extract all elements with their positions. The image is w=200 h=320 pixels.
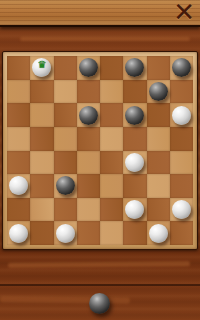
- square-r8c7[interactable]: [147, 221, 170, 245]
- square-r6c5[interactable]: [100, 174, 123, 198]
- game-screen: ✕ ♛: [0, 0, 200, 320]
- white-piece[interactable]: [125, 200, 144, 219]
- square-r8c2[interactable]: [30, 221, 53, 245]
- square-r6c3[interactable]: [54, 174, 77, 198]
- board-frame: ♛: [2, 51, 198, 250]
- square-r8c1[interactable]: [7, 221, 30, 245]
- black-piece[interactable]: [172, 58, 191, 77]
- square-r6c8[interactable]: [170, 174, 193, 198]
- white-piece[interactable]: [172, 200, 191, 219]
- white-piece[interactable]: [9, 176, 28, 195]
- black-piece[interactable]: [125, 106, 144, 125]
- square-r4c3[interactable]: [54, 127, 77, 151]
- square-r4c2[interactable]: [30, 127, 53, 151]
- square-r1c7[interactable]: [147, 56, 170, 80]
- square-r6c1[interactable]: [7, 174, 30, 198]
- square-r1c2[interactable]: ♛: [30, 56, 53, 80]
- square-r6c2[interactable]: [30, 174, 53, 198]
- square-r1c4[interactable]: [77, 56, 100, 80]
- square-r5c8[interactable]: [170, 151, 193, 175]
- tray-piece-black: [89, 293, 110, 314]
- square-r8c5[interactable]: [100, 221, 123, 245]
- square-r1c5[interactable]: [100, 56, 123, 80]
- square-r5c1[interactable]: [7, 151, 30, 175]
- square-r4c7[interactable]: [147, 127, 170, 151]
- white-piece[interactable]: [125, 153, 144, 172]
- square-r4c1[interactable]: [7, 127, 30, 151]
- square-r5c4[interactable]: [77, 151, 100, 175]
- square-r1c6[interactable]: [123, 56, 146, 80]
- square-r7c4[interactable]: [77, 198, 100, 222]
- square-r7c7[interactable]: [147, 198, 170, 222]
- square-r8c6[interactable]: [123, 221, 146, 245]
- square-r3c2[interactable]: [30, 103, 53, 127]
- square-r8c3[interactable]: [54, 221, 77, 245]
- white-king-piece[interactable]: ♛: [32, 58, 51, 77]
- black-piece[interactable]: [149, 82, 168, 101]
- white-piece[interactable]: [172, 106, 191, 125]
- black-piece[interactable]: [79, 58, 98, 77]
- square-r3c6[interactable]: [123, 103, 146, 127]
- wood-grain-streak: [0, 296, 130, 303]
- square-r7c8[interactable]: [170, 198, 193, 222]
- wood-seam: [0, 284, 200, 286]
- white-piece[interactable]: [9, 224, 28, 243]
- square-r7c3[interactable]: [54, 198, 77, 222]
- square-r6c7[interactable]: [147, 174, 170, 198]
- square-r8c4[interactable]: [77, 221, 100, 245]
- top-bar: ✕: [0, 0, 200, 27]
- black-piece[interactable]: [125, 58, 144, 77]
- square-r2c8[interactable]: [170, 80, 193, 104]
- close-icon[interactable]: ✕: [173, 0, 195, 27]
- square-r4c8[interactable]: [170, 127, 193, 151]
- square-r5c6[interactable]: [123, 151, 146, 175]
- square-r4c6[interactable]: [123, 127, 146, 151]
- square-r7c5[interactable]: [100, 198, 123, 222]
- black-piece[interactable]: [56, 176, 75, 195]
- white-piece[interactable]: [149, 224, 168, 243]
- square-r1c8[interactable]: [170, 56, 193, 80]
- white-piece[interactable]: [56, 224, 75, 243]
- checkers-board: ♛: [7, 56, 193, 245]
- square-r3c7[interactable]: [147, 103, 170, 127]
- square-r8c8[interactable]: [170, 221, 193, 245]
- square-r3c3[interactable]: [54, 103, 77, 127]
- wood-grain-streak: [20, 37, 190, 41]
- square-r2c3[interactable]: [54, 80, 77, 104]
- square-r5c2[interactable]: [30, 151, 53, 175]
- square-r1c1[interactable]: [7, 56, 30, 80]
- square-r3c4[interactable]: [77, 103, 100, 127]
- square-r2c6[interactable]: [123, 80, 146, 104]
- king-crown-icon: ♛: [32, 59, 51, 71]
- square-r7c1[interactable]: [7, 198, 30, 222]
- square-r6c6[interactable]: [123, 174, 146, 198]
- square-r2c5[interactable]: [100, 80, 123, 104]
- square-r2c1[interactable]: [7, 80, 30, 104]
- wood-grain-streak: [8, 261, 190, 268]
- square-r6c4[interactable]: [77, 174, 100, 198]
- square-r2c7[interactable]: [147, 80, 170, 104]
- square-r3c8[interactable]: [170, 103, 193, 127]
- square-r5c5[interactable]: [100, 151, 123, 175]
- square-r4c4[interactable]: [77, 127, 100, 151]
- square-r5c7[interactable]: [147, 151, 170, 175]
- square-r5c3[interactable]: [54, 151, 77, 175]
- square-r2c4[interactable]: [77, 80, 100, 104]
- square-r3c1[interactable]: [7, 103, 30, 127]
- square-r2c2[interactable]: [30, 80, 53, 104]
- square-r7c2[interactable]: [30, 198, 53, 222]
- square-r7c6[interactable]: [123, 198, 146, 222]
- black-piece[interactable]: [79, 106, 98, 125]
- square-r3c5[interactable]: [100, 103, 123, 127]
- square-r4c5[interactable]: [100, 127, 123, 151]
- square-r1c3[interactable]: [54, 56, 77, 80]
